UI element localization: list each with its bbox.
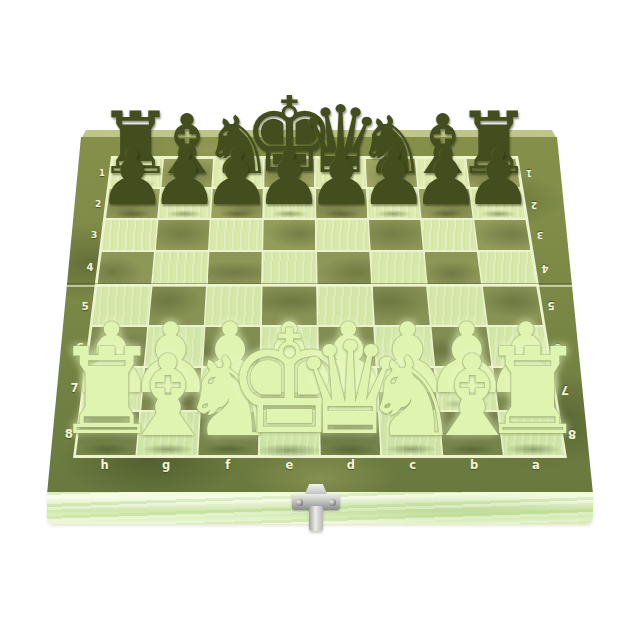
rank-label-left-4: 4 bbox=[86, 263, 93, 273]
square-d8 bbox=[320, 412, 380, 455]
square-c8 bbox=[380, 412, 442, 455]
square-b1 bbox=[416, 159, 469, 188]
rank-label-left-7: 7 bbox=[71, 383, 79, 395]
square-h7 bbox=[82, 368, 144, 410]
square-c3 bbox=[369, 220, 423, 251]
square-b4 bbox=[425, 252, 481, 284]
square-a3 bbox=[474, 220, 530, 251]
rank-label-right-6: 6 bbox=[554, 341, 562, 352]
square-g3 bbox=[156, 220, 210, 251]
square-e8 bbox=[260, 412, 320, 455]
square-b5 bbox=[428, 286, 487, 325]
square-h3 bbox=[102, 220, 157, 251]
file-label-a: a bbox=[532, 460, 540, 472]
rank-label-right-5: 5 bbox=[548, 300, 555, 311]
square-d3 bbox=[316, 220, 369, 251]
rank-label-left-2: 2 bbox=[95, 199, 101, 208]
square-h4 bbox=[98, 252, 154, 284]
square-f2 bbox=[211, 189, 263, 219]
square-f3 bbox=[209, 220, 262, 251]
square-a5 bbox=[483, 286, 543, 325]
square-h1 bbox=[110, 159, 163, 188]
clasp-screw-left bbox=[296, 499, 303, 506]
square-h2 bbox=[106, 189, 160, 219]
square-a6 bbox=[488, 327, 549, 366]
rank-label-left-5: 5 bbox=[82, 300, 89, 311]
square-f6 bbox=[203, 327, 260, 366]
square-h5 bbox=[92, 286, 151, 325]
rank-label-left-8: 8 bbox=[65, 428, 73, 440]
square-a8 bbox=[499, 412, 564, 455]
rank-label-right-2: 2 bbox=[531, 199, 537, 208]
file-label-g: g bbox=[162, 460, 170, 472]
square-a7 bbox=[493, 368, 556, 410]
square-b3 bbox=[422, 220, 477, 251]
rank-label-right-7: 7 bbox=[561, 383, 569, 395]
square-a2 bbox=[470, 189, 525, 219]
square-g4 bbox=[153, 252, 208, 284]
square-g2 bbox=[159, 189, 212, 219]
square-a4 bbox=[478, 252, 536, 284]
square-b7 bbox=[435, 368, 497, 410]
rank-label-left-3: 3 bbox=[91, 230, 98, 240]
rank-label-right-1: 1 bbox=[526, 169, 532, 178]
square-e4 bbox=[263, 252, 316, 284]
rank-label-right-8: 8 bbox=[568, 428, 576, 440]
square-g6 bbox=[145, 327, 204, 366]
square-g1 bbox=[161, 159, 213, 188]
square-e3 bbox=[263, 220, 315, 251]
square-d4 bbox=[317, 252, 371, 284]
file-label-c: c bbox=[409, 460, 416, 472]
rank-label-right-3: 3 bbox=[536, 230, 543, 240]
file-label-b: b bbox=[470, 460, 478, 472]
square-b8 bbox=[439, 412, 503, 455]
square-h6 bbox=[87, 327, 147, 366]
file-label-f: f bbox=[225, 460, 230, 472]
rank-label-left-6: 6 bbox=[76, 341, 84, 352]
square-d5 bbox=[318, 286, 374, 325]
square-b6 bbox=[431, 327, 491, 366]
square-f1 bbox=[213, 159, 264, 188]
square-c6 bbox=[375, 327, 434, 366]
square-c5 bbox=[373, 286, 430, 325]
square-c2 bbox=[367, 189, 420, 219]
square-d7 bbox=[319, 368, 378, 410]
file-label-d: d bbox=[347, 460, 355, 472]
square-d6 bbox=[318, 327, 375, 366]
square-f7 bbox=[201, 368, 260, 410]
square-f8 bbox=[198, 412, 258, 455]
square-g8 bbox=[137, 412, 199, 455]
fold-seam-line bbox=[67, 285, 572, 287]
square-f4 bbox=[208, 252, 262, 284]
square-e6 bbox=[261, 327, 317, 366]
chess-set-photo: 1122334455667788hgfedcba ♜♝♞♚♛♞♝♜♟♟♟♟♟♟♟… bbox=[0, 0, 640, 640]
square-e5 bbox=[262, 286, 317, 325]
square-c7 bbox=[377, 368, 437, 410]
square-d1 bbox=[315, 159, 366, 188]
square-c1 bbox=[366, 159, 418, 188]
clasp-latch bbox=[292, 484, 340, 536]
square-c4 bbox=[371, 252, 426, 284]
clasp-screw-right bbox=[329, 499, 336, 506]
square-f5 bbox=[205, 286, 261, 325]
square-e7 bbox=[260, 368, 318, 410]
square-b2 bbox=[419, 189, 473, 219]
rank-label-right-4: 4 bbox=[542, 263, 549, 273]
square-a1 bbox=[466, 159, 520, 188]
square-e1 bbox=[264, 159, 314, 188]
file-label-e: e bbox=[285, 460, 293, 472]
clasp-tongue bbox=[309, 506, 323, 531]
file-label-h: h bbox=[100, 460, 108, 472]
square-e2 bbox=[264, 189, 315, 219]
square-h8 bbox=[76, 412, 140, 455]
rank-label-left-1: 1 bbox=[99, 169, 105, 178]
square-g5 bbox=[149, 286, 206, 325]
square-g7 bbox=[141, 368, 201, 410]
square-d2 bbox=[316, 189, 368, 219]
